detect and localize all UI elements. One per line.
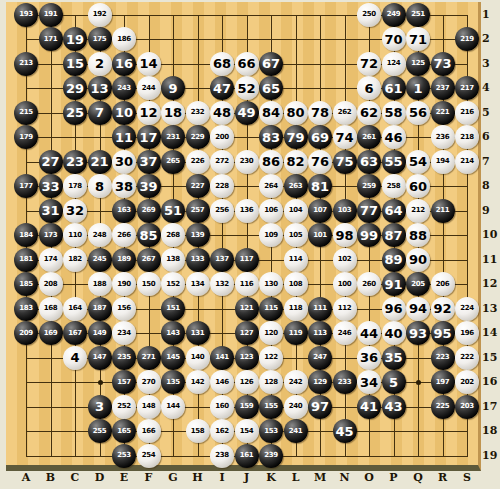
stone-black-I4[interactable]: 47 — [210, 76, 234, 100]
stone-white-M7[interactable]: 76 — [308, 150, 332, 174]
stone-white-I16[interactable]: 146 — [210, 370, 234, 394]
row-label-14: 14 — [482, 326, 500, 339]
stone-black-D17[interactable]: 3 — [88, 395, 112, 419]
stone-black-A1[interactable]: 193 — [14, 3, 38, 27]
stone-white-N13[interactable]: 112 — [333, 297, 357, 321]
stone-white-J16[interactable]: 126 — [235, 370, 259, 394]
stone-black-D5[interactable]: 7 — [88, 101, 112, 125]
stone-black-H6[interactable]: 229 — [186, 125, 210, 149]
stone-white-L12[interactable]: 108 — [284, 272, 308, 296]
stone-white-L11[interactable]: 114 — [284, 248, 308, 272]
stone-white-D3[interactable]: 2 — [88, 52, 112, 76]
stone-black-P9[interactable]: 64 — [382, 199, 406, 223]
stone-white-K8[interactable]: 264 — [259, 174, 283, 198]
stone-black-A12[interactable]: 185 — [14, 272, 38, 296]
stone-white-D10[interactable]: 248 — [88, 223, 112, 247]
stone-black-Q14[interactable]: 93 — [406, 321, 430, 345]
stone-black-M16[interactable]: 129 — [308, 370, 332, 394]
stone-white-F3[interactable]: 14 — [137, 52, 161, 76]
stone-white-H5[interactable]: 232 — [186, 101, 210, 125]
stone-black-B9[interactable]: 31 — [39, 199, 63, 223]
stone-white-E7[interactable]: 30 — [112, 150, 136, 174]
stone-black-C4[interactable]: 29 — [63, 76, 87, 100]
stone-white-S6[interactable]: 218 — [455, 125, 479, 149]
stone-black-B2[interactable]: 171 — [39, 27, 63, 51]
row-label-6: 6 — [482, 130, 500, 143]
stone-black-A10[interactable]: 184 — [14, 223, 38, 247]
stone-black-A11[interactable]: 181 — [14, 248, 38, 272]
stone-white-P8[interactable]: 258 — [382, 174, 406, 198]
column-label-C: C — [63, 471, 87, 484]
stone-black-A13[interactable]: 183 — [14, 297, 38, 321]
stone-white-Q8[interactable]: 60 — [406, 174, 430, 198]
row-label-18: 18 — [482, 424, 500, 437]
stone-white-S7[interactable]: 214 — [455, 150, 479, 174]
stone-white-H18[interactable]: 158 — [186, 419, 210, 443]
star-point — [416, 380, 421, 385]
stone-black-O7[interactable]: 63 — [357, 150, 381, 174]
stone-black-O6[interactable]: 261 — [357, 125, 381, 149]
column-label-K: K — [259, 471, 283, 484]
stone-white-K9[interactable]: 106 — [259, 199, 283, 223]
stone-black-F10[interactable]: 85 — [137, 223, 161, 247]
stone-black-N18[interactable]: 45 — [333, 419, 357, 443]
stone-white-K12[interactable]: 130 — [259, 272, 283, 296]
stone-black-S17[interactable]: 203 — [455, 395, 479, 419]
stone-black-S4[interactable]: 217 — [455, 76, 479, 100]
stone-black-H11[interactable]: 133 — [186, 248, 210, 272]
stone-white-D12[interactable]: 188 — [88, 272, 112, 296]
stone-black-O9[interactable]: 77 — [357, 199, 381, 223]
stone-black-R3[interactable]: 73 — [431, 52, 455, 76]
stone-black-O8[interactable]: 259 — [357, 174, 381, 198]
stone-black-P12[interactable]: 91 — [382, 272, 406, 296]
stone-white-K15[interactable]: 122 — [259, 346, 283, 370]
stone-white-H15[interactable]: 140 — [186, 346, 210, 370]
stone-white-N5[interactable]: 262 — [333, 101, 357, 125]
stone-white-G5[interactable]: 18 — [161, 101, 185, 125]
stone-white-C11[interactable]: 182 — [63, 248, 87, 272]
column-label-D: D — [88, 471, 112, 484]
stone-black-F11[interactable]: 267 — [137, 248, 161, 272]
go-kifu-page: 1931911922502492511711917518670712192131… — [0, 0, 500, 489]
stone-black-Q3[interactable]: 125 — [406, 52, 430, 76]
stone-white-Q13[interactable]: 94 — [406, 297, 430, 321]
stone-white-O1[interactable]: 250 — [357, 3, 381, 27]
stone-white-S16[interactable]: 202 — [455, 370, 479, 394]
stone-black-G7[interactable]: 265 — [161, 150, 185, 174]
stone-black-D7[interactable]: 21 — [88, 150, 112, 174]
stone-white-L7[interactable]: 82 — [284, 150, 308, 174]
stone-black-M17[interactable]: 97 — [308, 395, 332, 419]
stone-black-H14[interactable]: 131 — [186, 321, 210, 345]
stone-black-I15[interactable]: 141 — [210, 346, 234, 370]
stone-black-E4[interactable]: 243 — [112, 76, 136, 100]
stone-black-F9[interactable]: 269 — [137, 199, 161, 223]
stone-white-S13[interactable]: 224 — [455, 297, 479, 321]
star-point — [98, 380, 103, 385]
stone-black-G15[interactable]: 145 — [161, 346, 185, 370]
stone-white-I17[interactable]: 160 — [210, 395, 234, 419]
column-label-H: H — [186, 471, 210, 484]
row-label-1: 1 — [482, 8, 500, 21]
stone-black-C2[interactable]: 19 — [63, 27, 87, 51]
stone-white-E14[interactable]: 234 — [112, 321, 136, 345]
stone-black-D15[interactable]: 147 — [88, 346, 112, 370]
stone-white-L17[interactable]: 240 — [284, 395, 308, 419]
stone-white-G12[interactable]: 152 — [161, 272, 185, 296]
stone-black-G13[interactable]: 151 — [161, 297, 185, 321]
stone-white-O3[interactable]: 72 — [357, 52, 381, 76]
stone-white-R6[interactable]: 236 — [431, 125, 455, 149]
stone-black-C7[interactable]: 23 — [63, 150, 87, 174]
stone-black-R15[interactable]: 223 — [431, 346, 455, 370]
stone-black-F6[interactable]: 17 — [137, 125, 161, 149]
stone-black-P17[interactable]: 43 — [382, 395, 406, 419]
stone-white-L10[interactable]: 105 — [284, 223, 308, 247]
stone-black-J13[interactable]: 121 — [235, 297, 259, 321]
stone-black-E5[interactable]: 10 — [112, 101, 136, 125]
stone-white-Q9[interactable]: 212 — [406, 199, 430, 223]
stone-black-M10[interactable]: 101 — [308, 223, 332, 247]
stone-black-S2[interactable]: 219 — [455, 27, 479, 51]
stone-black-A14[interactable]: 209 — [14, 321, 38, 345]
column-label-B: B — [39, 471, 63, 484]
stone-white-I12[interactable]: 132 — [210, 272, 234, 296]
stone-white-J4[interactable]: 52 — [235, 76, 259, 100]
stone-black-B14[interactable]: 169 — [39, 321, 63, 345]
stone-black-R5[interactable]: 221 — [431, 101, 455, 125]
stone-black-I11[interactable]: 137 — [210, 248, 234, 272]
stone-white-H16[interactable]: 142 — [186, 370, 210, 394]
row-label-5: 5 — [482, 106, 500, 119]
stone-white-C10[interactable]: 110 — [63, 223, 87, 247]
stone-black-O17[interactable]: 41 — [357, 395, 381, 419]
stone-black-G4[interactable]: 9 — [161, 76, 185, 100]
stone-white-C8[interactable]: 178 — [63, 174, 87, 198]
stone-white-F12[interactable]: 150 — [137, 272, 161, 296]
stone-white-N10[interactable]: 98 — [333, 223, 357, 247]
row-label-9: 9 — [482, 204, 500, 217]
stone-white-D8[interactable]: 8 — [88, 174, 112, 198]
stone-black-C14[interactable]: 167 — [63, 321, 87, 345]
row-label-10: 10 — [482, 228, 500, 241]
column-label-I: I — [210, 471, 234, 484]
column-label-F: F — [137, 471, 161, 484]
stone-white-F18[interactable]: 166 — [137, 419, 161, 443]
stone-white-K5[interactable]: 84 — [259, 101, 283, 125]
stone-white-R13[interactable]: 92 — [431, 297, 455, 321]
stone-white-G10[interactable]: 268 — [161, 223, 185, 247]
stone-black-F8[interactable]: 39 — [137, 174, 161, 198]
goban[interactable]: 1931911922502492511711917518670712192131… — [6, 2, 481, 471]
stone-white-I7[interactable]: 272 — [210, 150, 234, 174]
stone-white-P2[interactable]: 70 — [382, 27, 406, 51]
stone-black-P11[interactable]: 89 — [382, 248, 406, 272]
stone-black-B1[interactable]: 191 — [39, 3, 63, 27]
stone-black-M15[interactable]: 247 — [308, 346, 332, 370]
stone-white-S15[interactable]: 222 — [455, 346, 479, 370]
stone-white-M5[interactable]: 78 — [308, 101, 332, 125]
stone-black-H10[interactable]: 139 — [186, 223, 210, 247]
stone-white-P13[interactable]: 96 — [382, 297, 406, 321]
stone-white-C9[interactable]: 32 — [63, 199, 87, 223]
stone-white-E12[interactable]: 190 — [112, 272, 136, 296]
stone-black-D4[interactable]: 13 — [88, 76, 112, 100]
stone-white-O14[interactable]: 44 — [357, 321, 381, 345]
stone-white-J7[interactable]: 230 — [235, 150, 259, 174]
stone-black-E16[interactable]: 157 — [112, 370, 136, 394]
stone-black-M6[interactable]: 69 — [308, 125, 332, 149]
stone-white-N12[interactable]: 100 — [333, 272, 357, 296]
stone-black-A3[interactable]: 213 — [14, 52, 38, 76]
row-label-8: 8 — [482, 179, 500, 192]
stone-white-N14[interactable]: 246 — [333, 321, 357, 345]
stone-black-L6[interactable]: 79 — [284, 125, 308, 149]
stone-white-S5[interactable]: 216 — [455, 101, 479, 125]
stone-black-L14[interactable]: 119 — [284, 321, 308, 345]
stone-black-R9[interactable]: 211 — [431, 199, 455, 223]
stone-white-O16[interactable]: 34 — [357, 370, 381, 394]
stone-black-B8[interactable]: 33 — [39, 174, 63, 198]
stone-black-J15[interactable]: 123 — [235, 346, 259, 370]
stone-white-H7[interactable]: 226 — [186, 150, 210, 174]
stone-black-D13[interactable]: 187 — [88, 297, 112, 321]
stone-white-J12[interactable]: 116 — [235, 272, 259, 296]
stone-white-F4[interactable]: 244 — [137, 76, 161, 100]
stone-black-Q12[interactable]: 205 — [406, 272, 430, 296]
row-label-19: 19 — [482, 449, 500, 462]
stone-white-I8[interactable]: 228 — [210, 174, 234, 198]
stone-black-A5[interactable]: 215 — [14, 101, 38, 125]
column-label-O: O — [357, 471, 381, 484]
stone-white-Q5[interactable]: 56 — [406, 101, 430, 125]
stone-white-F16[interactable]: 270 — [137, 370, 161, 394]
stone-black-O10[interactable]: 99 — [357, 223, 381, 247]
stone-black-E18[interactable]: 165 — [112, 419, 136, 443]
stone-white-S14[interactable]: 196 — [455, 321, 479, 345]
stone-white-O15[interactable]: 36 — [357, 346, 381, 370]
stone-black-Q4[interactable]: 1 — [406, 76, 430, 100]
column-label-M: M — [308, 471, 332, 484]
stone-white-O5[interactable]: 62 — [357, 101, 381, 125]
stone-white-R7[interactable]: 194 — [431, 150, 455, 174]
column-label-J: J — [235, 471, 259, 484]
stone-black-K18[interactable]: 153 — [259, 419, 283, 443]
row-label-3: 3 — [482, 57, 500, 70]
row-label-13: 13 — [482, 302, 500, 315]
stone-white-I6[interactable]: 200 — [210, 125, 234, 149]
stone-black-K17[interactable]: 155 — [259, 395, 283, 419]
stone-black-R14[interactable]: 95 — [431, 321, 455, 345]
stone-white-Q2[interactable]: 71 — [406, 27, 430, 51]
stone-black-G6[interactable]: 231 — [161, 125, 185, 149]
stone-black-G14[interactable]: 143 — [161, 321, 185, 345]
stone-white-G17[interactable]: 144 — [161, 395, 185, 419]
stone-white-E13[interactable]: 156 — [112, 297, 136, 321]
stone-white-G11[interactable]: 138 — [161, 248, 185, 272]
stone-black-J11[interactable]: 117 — [235, 248, 259, 272]
row-label-16: 16 — [482, 375, 500, 388]
stone-white-P3[interactable]: 124 — [382, 52, 406, 76]
stone-black-R17[interactable]: 225 — [431, 395, 455, 419]
row-label-2: 2 — [482, 32, 500, 45]
stone-white-Q11[interactable]: 90 — [406, 248, 430, 272]
stone-black-A8[interactable]: 177 — [14, 174, 38, 198]
stone-black-Q1[interactable]: 251 — [406, 3, 430, 27]
stone-white-O4[interactable]: 6 — [357, 76, 381, 100]
stone-black-J19[interactable]: 161 — [235, 444, 259, 468]
stone-white-H12[interactable]: 134 — [186, 272, 210, 296]
stone-white-K7[interactable]: 86 — [259, 150, 283, 174]
stone-black-F15[interactable]: 271 — [137, 346, 161, 370]
column-label-A: A — [14, 471, 38, 484]
stone-black-E15[interactable]: 235 — [112, 346, 136, 370]
stone-black-J17[interactable]: 159 — [235, 395, 259, 419]
row-label-12: 12 — [482, 277, 500, 290]
stone-white-P5[interactable]: 58 — [382, 101, 406, 125]
stone-black-L18[interactable]: 241 — [284, 419, 308, 443]
stone-black-H9[interactable]: 257 — [186, 199, 210, 223]
stone-black-B7[interactable]: 27 — [39, 150, 63, 174]
stone-black-M13[interactable]: 111 — [308, 297, 332, 321]
stone-black-A6[interactable]: 179 — [14, 125, 38, 149]
stone-white-B12[interactable]: 208 — [39, 272, 63, 296]
stone-white-Q7[interactable]: 54 — [406, 150, 430, 174]
stone-black-K13[interactable]: 115 — [259, 297, 283, 321]
column-label-P: P — [382, 471, 406, 484]
stone-white-P14[interactable]: 40 — [382, 321, 406, 345]
stone-white-I19[interactable]: 238 — [210, 444, 234, 468]
stone-white-E10[interactable]: 266 — [112, 223, 136, 247]
stone-black-D2[interactable]: 175 — [88, 27, 112, 51]
stone-black-D18[interactable]: 255 — [88, 419, 112, 443]
stone-white-C13[interactable]: 164 — [63, 297, 87, 321]
stone-white-J18[interactable]: 154 — [235, 419, 259, 443]
stone-black-C5[interactable]: 25 — [63, 101, 87, 125]
column-label-Q: Q — [406, 471, 430, 484]
stone-white-F17[interactable]: 148 — [137, 395, 161, 419]
stone-black-P16[interactable]: 5 — [382, 370, 406, 394]
stone-black-N9[interactable]: 103 — [333, 199, 357, 223]
stone-black-G16[interactable]: 135 — [161, 370, 185, 394]
stone-white-C15[interactable]: 4 — [63, 346, 87, 370]
stone-black-K19[interactable]: 239 — [259, 444, 283, 468]
row-label-17: 17 — [482, 400, 500, 413]
stone-white-E2[interactable]: 186 — [112, 27, 136, 51]
stone-black-M14[interactable]: 113 — [308, 321, 332, 345]
stone-white-L13[interactable]: 118 — [284, 297, 308, 321]
stone-black-P7[interactable]: 55 — [382, 150, 406, 174]
stone-black-P4[interactable]: 61 — [382, 76, 406, 100]
stone-white-K14[interactable]: 120 — [259, 321, 283, 345]
stone-black-E3[interactable]: 16 — [112, 52, 136, 76]
stone-black-E9[interactable]: 163 — [112, 199, 136, 223]
stone-white-F19[interactable]: 254 — [137, 444, 161, 468]
stone-white-D1[interactable]: 192 — [88, 3, 112, 27]
column-label-S: S — [455, 471, 479, 484]
stone-black-E11[interactable]: 189 — [112, 248, 136, 272]
column-label-R: R — [431, 471, 455, 484]
stone-black-K4[interactable]: 65 — [259, 76, 283, 100]
row-label-15: 15 — [482, 351, 500, 364]
row-label-7: 7 — [482, 155, 500, 168]
stone-black-N16[interactable]: 233 — [333, 370, 357, 394]
column-label-L: L — [284, 471, 308, 484]
stone-black-M8[interactable]: 81 — [308, 174, 332, 198]
stone-black-R4[interactable]: 237 — [431, 76, 455, 100]
stone-white-J9[interactable]: 136 — [235, 199, 259, 223]
stone-white-B13[interactable]: 168 — [39, 297, 63, 321]
stone-white-I18[interactable]: 162 — [210, 419, 234, 443]
stone-white-R12[interactable]: 206 — [431, 272, 455, 296]
stone-white-K16[interactable]: 128 — [259, 370, 283, 394]
stone-black-C3[interactable]: 15 — [63, 52, 87, 76]
column-label-N: N — [333, 471, 357, 484]
stone-black-K3[interactable]: 67 — [259, 52, 283, 76]
stone-black-F7[interactable]: 37 — [137, 150, 161, 174]
stone-black-P1[interactable]: 249 — [382, 3, 406, 27]
stone-white-Q10[interactable]: 88 — [406, 223, 430, 247]
stone-white-K10[interactable]: 109 — [259, 223, 283, 247]
stone-black-R16[interactable]: 197 — [431, 370, 455, 394]
row-label-4: 4 — [482, 81, 500, 94]
stone-white-B11[interactable]: 174 — [39, 248, 63, 272]
stone-white-E8[interactable]: 38 — [112, 174, 136, 198]
stone-white-I3[interactable]: 68 — [210, 52, 234, 76]
stone-black-L8[interactable]: 263 — [284, 174, 308, 198]
stone-black-N7[interactable]: 75 — [333, 150, 357, 174]
stone-white-P6[interactable]: 46 — [382, 125, 406, 149]
row-label-11: 11 — [482, 253, 500, 266]
stone-black-M9[interactable]: 107 — [308, 199, 332, 223]
stone-white-N6[interactable]: 74 — [333, 125, 357, 149]
stone-black-E6[interactable]: 11 — [112, 125, 136, 149]
stone-black-K6[interactable]: 83 — [259, 125, 283, 149]
stone-black-D14[interactable]: 149 — [88, 321, 112, 345]
stone-white-F5[interactable]: 12 — [137, 101, 161, 125]
column-label-E: E — [112, 471, 136, 484]
stone-white-I5[interactable]: 48 — [210, 101, 234, 125]
stone-black-B10[interactable]: 173 — [39, 223, 63, 247]
stone-black-P10[interactable]: 87 — [382, 223, 406, 247]
stone-black-J14[interactable]: 127 — [235, 321, 259, 345]
column-label-G: G — [161, 471, 185, 484]
stone-black-G9[interactable]: 51 — [161, 199, 185, 223]
stone-white-J3[interactable]: 66 — [235, 52, 259, 76]
stone-black-J5[interactable]: 49 — [235, 101, 259, 125]
stone-white-I9[interactable]: 256 — [210, 199, 234, 223]
stone-white-O12[interactable]: 260 — [357, 272, 381, 296]
stone-white-L9[interactable]: 104 — [284, 199, 308, 223]
stone-white-L5[interactable]: 80 — [284, 101, 308, 125]
stone-black-D11[interactable]: 245 — [88, 248, 112, 272]
stone-black-H8[interactable]: 227 — [186, 174, 210, 198]
stone-white-L16[interactable]: 242 — [284, 370, 308, 394]
stone-white-N11[interactable]: 102 — [333, 248, 357, 272]
stone-white-E17[interactable]: 252 — [112, 395, 136, 419]
stone-black-E19[interactable]: 253 — [112, 444, 136, 468]
stone-black-P15[interactable]: 35 — [382, 346, 406, 370]
